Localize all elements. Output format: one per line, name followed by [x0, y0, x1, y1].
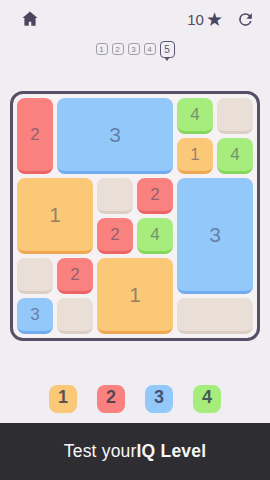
level-selector: 12345	[0, 39, 270, 59]
board-empty-tile	[57, 298, 93, 334]
board-block-red-2[interactable]: 2	[17, 98, 53, 174]
legend-block-yellow-1: 1	[49, 385, 77, 413]
legend-block-blue-3: 3	[145, 385, 173, 413]
level-5-selected[interactable]: 5	[160, 41, 175, 58]
board: 2341412324213	[10, 91, 260, 341]
top-bar: 10 ★	[0, 0, 270, 38]
board-block-green-4[interactable]: 4	[177, 98, 213, 134]
board-block-green-4[interactable]: 4	[137, 218, 173, 254]
score-group: 10 ★	[187, 10, 255, 29]
board-block-red-2[interactable]: 2	[97, 218, 133, 254]
board-block-yellow-1[interactable]: 1	[177, 138, 213, 174]
board-empty-tile	[217, 98, 253, 134]
board-block-red-2[interactable]: 2	[57, 258, 93, 294]
ad-banner[interactable]: Test your IQ Level	[0, 423, 270, 480]
level-3[interactable]: 3	[128, 43, 140, 55]
score-label: 10	[187, 11, 204, 28]
restart-button[interactable]	[236, 10, 255, 29]
board-block-blue-3[interactable]: 3	[57, 98, 173, 174]
level-2[interactable]: 2	[112, 43, 124, 55]
star-icon: ★	[206, 10, 223, 29]
board-empty-tile	[97, 178, 133, 214]
selected-level-caret	[164, 57, 170, 64]
board-block-green-4[interactable]: 4	[217, 138, 253, 174]
board-block-blue-3[interactable]: 3	[17, 298, 53, 334]
level-1[interactable]: 1	[96, 43, 108, 55]
level-4[interactable]: 4	[144, 43, 156, 55]
ad-text-bold: IQ Level	[137, 441, 207, 462]
board-empty-tile	[17, 258, 53, 294]
legend-block-red-2: 2	[97, 385, 125, 413]
board-block-yellow-1[interactable]: 1	[97, 258, 173, 334]
refresh-icon	[236, 10, 255, 29]
board-block-red-2[interactable]: 2	[137, 178, 173, 214]
ad-text: Test your	[64, 441, 137, 462]
legend: 1234	[0, 385, 270, 413]
home-button[interactable]	[20, 9, 40, 29]
board-block-blue-3[interactable]: 3	[177, 178, 253, 294]
legend-block-green-4: 4	[193, 385, 221, 413]
home-icon	[20, 9, 40, 29]
board-block-yellow-1[interactable]: 1	[17, 178, 93, 254]
board-empty-tile	[177, 298, 253, 334]
